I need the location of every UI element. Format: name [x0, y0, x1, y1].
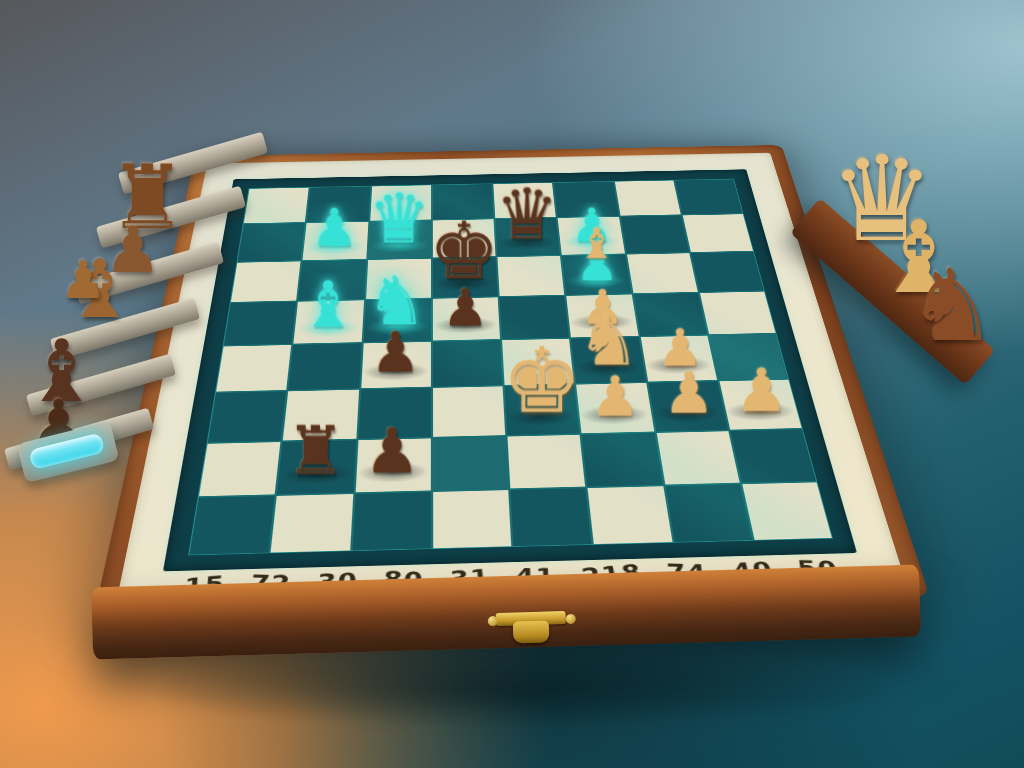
piece-light-bishop-f6[interactable]: ♝ [567, 223, 626, 265]
brass-latch[interactable] [496, 611, 567, 647]
latch-tongue [513, 621, 550, 644]
piece-teal-pawn-b7[interactable]: ♟ [298, 201, 371, 253]
tray-glow-button[interactable] [28, 433, 105, 470]
piece-dark-pawn-c4[interactable]: ♟ [356, 324, 434, 380]
stand-knight: ♞ [908, 256, 998, 356]
piece-light-pawn-g3[interactable]: ♟ [648, 365, 729, 423]
captured-pawn: ♟ [60, 254, 107, 306]
piece-light-king-e3[interactable]: ♚ [479, 336, 605, 426]
piece-light-pawn-h3[interactable]: ♟ [720, 361, 803, 421]
piece-dark-rook-b2[interactable]: ♜ [269, 417, 363, 484]
case-shadow [140, 652, 900, 728]
chess-scene: 157230803141218744050 ♟♛♛♟♚♟♝♝♞♟♟♟♞♟♚♟♟♟… [0, 0, 1024, 768]
